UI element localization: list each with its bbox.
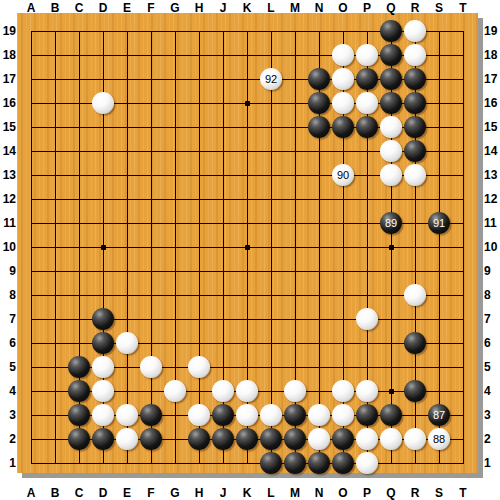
stone-C5 [68, 356, 90, 378]
coord-label-bottom-E: E [115, 486, 139, 500]
coord-label-top-H: H [187, 1, 211, 15]
coord-label-top-M: M [283, 1, 307, 15]
stone-N15 [308, 116, 330, 138]
stone-O15 [332, 116, 354, 138]
coord-label-right-4: 4 [484, 384, 500, 398]
coord-label-top-A: A [19, 1, 43, 15]
stone-P18 [356, 44, 378, 66]
stone-O13: 90 [332, 164, 354, 186]
coord-label-bottom-F: F [139, 486, 163, 500]
stone-M1 [284, 452, 306, 474]
stone-S2: 88 [428, 428, 450, 450]
stone-R4 [404, 380, 426, 402]
stone-Q13 [380, 164, 402, 186]
stone-O3 [332, 404, 354, 426]
stone-F5 [140, 356, 162, 378]
stone-N1 [308, 452, 330, 474]
coord-label-top-C: C [67, 1, 91, 15]
coord-label-bottom-H: H [187, 486, 211, 500]
stone-M3 [284, 404, 306, 426]
stone-D7 [92, 308, 114, 330]
stone-P7 [356, 308, 378, 330]
stone-R15 [404, 116, 426, 138]
stone-Q16 [380, 92, 402, 114]
stone-N16 [308, 92, 330, 114]
coord-label-right-14: 14 [484, 144, 500, 158]
stone-K3 [236, 404, 258, 426]
stone-Q17 [380, 68, 402, 90]
star-point-Q4 [389, 389, 394, 394]
stone-D4 [92, 380, 114, 402]
stone-Q18 [380, 44, 402, 66]
coord-label-top-R: R [403, 1, 427, 15]
stone-P3 [356, 404, 378, 426]
stone-R16 [404, 92, 426, 114]
stone-P4 [356, 380, 378, 402]
stone-D3 [92, 404, 114, 426]
coord-label-right-13: 13 [484, 168, 500, 182]
stone-F3 [140, 404, 162, 426]
go-board[interactable]: 929089918788 [17, 13, 478, 473]
coord-label-top-E: E [115, 1, 139, 15]
stone-Q11: 89 [380, 212, 402, 234]
stone-N17 [308, 68, 330, 90]
stone-N2 [308, 428, 330, 450]
stone-K4 [236, 380, 258, 402]
stone-F2 [140, 428, 162, 450]
coord-label-bottom-C: C [67, 486, 91, 500]
coord-label-left-3: 3 [0, 408, 16, 422]
coord-label-right-12: 12 [484, 192, 500, 206]
stone-E6 [116, 332, 138, 354]
stone-J4 [212, 380, 234, 402]
coord-label-top-B: B [43, 1, 67, 15]
stone-L1 [260, 452, 282, 474]
stone-L3 [260, 404, 282, 426]
coord-label-left-19: 19 [0, 24, 16, 38]
coord-label-right-2: 2 [484, 432, 500, 446]
stone-M2 [284, 428, 306, 450]
stone-R19 [404, 20, 426, 42]
stone-M4 [284, 380, 306, 402]
stone-D16 [92, 92, 114, 114]
stone-O17 [332, 68, 354, 90]
coord-label-bottom-R: R [403, 486, 427, 500]
coord-label-right-19: 19 [484, 24, 500, 38]
stone-Q3 [380, 404, 402, 426]
stone-S11: 91 [428, 212, 450, 234]
stone-R13 [404, 164, 426, 186]
coord-label-right-6: 6 [484, 336, 500, 350]
stone-H2 [188, 428, 210, 450]
coord-label-bottom-O: O [331, 486, 355, 500]
coord-label-bottom-K: K [235, 486, 259, 500]
stone-O4 [332, 380, 354, 402]
coord-label-bottom-B: B [43, 486, 67, 500]
coord-label-left-11: 11 [0, 216, 16, 230]
coord-label-right-9: 9 [484, 264, 500, 278]
coord-label-top-Q: Q [379, 1, 403, 15]
stone-P2 [356, 428, 378, 450]
coord-label-left-18: 18 [0, 48, 16, 62]
stone-P16 [356, 92, 378, 114]
stone-P17 [356, 68, 378, 90]
coord-label-bottom-M: M [283, 486, 307, 500]
stone-D6 [92, 332, 114, 354]
coord-label-bottom-D: D [91, 486, 115, 500]
stone-R2 [404, 428, 426, 450]
stone-D2 [92, 428, 114, 450]
coord-label-left-12: 12 [0, 192, 16, 206]
coord-label-top-N: N [307, 1, 331, 15]
board-grid[interactable]: 929089918788 [19, 19, 475, 475]
stone-Q19 [380, 20, 402, 42]
coord-label-top-L: L [259, 1, 283, 15]
coord-label-top-J: J [211, 1, 235, 15]
go-diagram: 929089918788 AABBCCDDEEFFGGHHJJKKLLMMNNO… [0, 0, 500, 500]
coord-label-bottom-G: G [163, 486, 187, 500]
stone-R14 [404, 140, 426, 162]
coord-label-right-1: 1 [484, 456, 500, 470]
stone-N3 [308, 404, 330, 426]
coord-label-bottom-S: S [427, 486, 451, 500]
stone-C3 [68, 404, 90, 426]
stone-R18 [404, 44, 426, 66]
stone-P15 [356, 116, 378, 138]
coord-label-left-14: 14 [0, 144, 16, 158]
stone-E2 [116, 428, 138, 450]
coord-label-right-7: 7 [484, 312, 500, 326]
coord-label-left-17: 17 [0, 72, 16, 86]
star-point-K16 [245, 101, 250, 106]
coord-label-right-16: 16 [484, 96, 500, 110]
coord-label-bottom-T: T [451, 486, 475, 500]
coord-label-bottom-P: P [355, 486, 379, 500]
stone-J2 [212, 428, 234, 450]
coord-label-bottom-N: N [307, 486, 331, 500]
coord-label-top-T: T [451, 1, 475, 15]
stone-O16 [332, 92, 354, 114]
coord-label-left-7: 7 [0, 312, 16, 326]
coord-label-left-15: 15 [0, 120, 16, 134]
coord-label-top-P: P [355, 1, 379, 15]
coord-label-left-16: 16 [0, 96, 16, 110]
stone-E3 [116, 404, 138, 426]
star-point-K10 [245, 245, 250, 250]
coord-label-left-13: 13 [0, 168, 16, 182]
stone-R8 [404, 284, 426, 306]
star-point-D10 [101, 245, 106, 250]
stone-H5 [188, 356, 210, 378]
stone-Q14 [380, 140, 402, 162]
stone-K2 [236, 428, 258, 450]
stone-H3 [188, 404, 210, 426]
coord-label-bottom-L: L [259, 486, 283, 500]
stone-G4 [164, 380, 186, 402]
coord-label-right-17: 17 [484, 72, 500, 86]
stone-O1 [332, 452, 354, 474]
stone-Q15 [380, 116, 402, 138]
stone-O2 [332, 428, 354, 450]
stone-C2 [68, 428, 90, 450]
coord-label-left-1: 1 [0, 456, 16, 470]
coord-label-top-S: S [427, 1, 451, 15]
coord-label-left-8: 8 [0, 288, 16, 302]
coord-label-right-11: 11 [484, 216, 500, 230]
coord-label-top-O: O [331, 1, 355, 15]
coord-label-left-9: 9 [0, 264, 16, 278]
stone-R6 [404, 332, 426, 354]
stone-D5 [92, 356, 114, 378]
coord-label-top-F: F [139, 1, 163, 15]
coord-label-left-6: 6 [0, 336, 16, 350]
stone-O18 [332, 44, 354, 66]
stone-L17: 92 [260, 68, 282, 90]
star-point-Q10 [389, 245, 394, 250]
coord-label-right-3: 3 [484, 408, 500, 422]
stone-L2 [260, 428, 282, 450]
coord-label-left-4: 4 [0, 384, 16, 398]
coord-label-right-15: 15 [484, 120, 500, 134]
coord-label-top-G: G [163, 1, 187, 15]
coord-label-bottom-A: A [19, 486, 43, 500]
coord-label-bottom-J: J [211, 486, 235, 500]
coord-label-bottom-Q: Q [379, 486, 403, 500]
stone-C4 [68, 380, 90, 402]
stone-J3 [212, 404, 234, 426]
stone-S3: 87 [428, 404, 450, 426]
coord-label-left-10: 10 [0, 240, 16, 254]
coord-label-right-10: 10 [484, 240, 500, 254]
stone-P1 [356, 452, 378, 474]
coord-label-top-K: K [235, 1, 259, 15]
coord-label-right-18: 18 [484, 48, 500, 62]
coord-label-left-2: 2 [0, 432, 16, 446]
coord-label-right-8: 8 [484, 288, 500, 302]
coord-label-right-5: 5 [484, 360, 500, 374]
stone-Q2 [380, 428, 402, 450]
stone-R17 [404, 68, 426, 90]
coord-label-left-5: 5 [0, 360, 16, 374]
coord-label-top-D: D [91, 1, 115, 15]
